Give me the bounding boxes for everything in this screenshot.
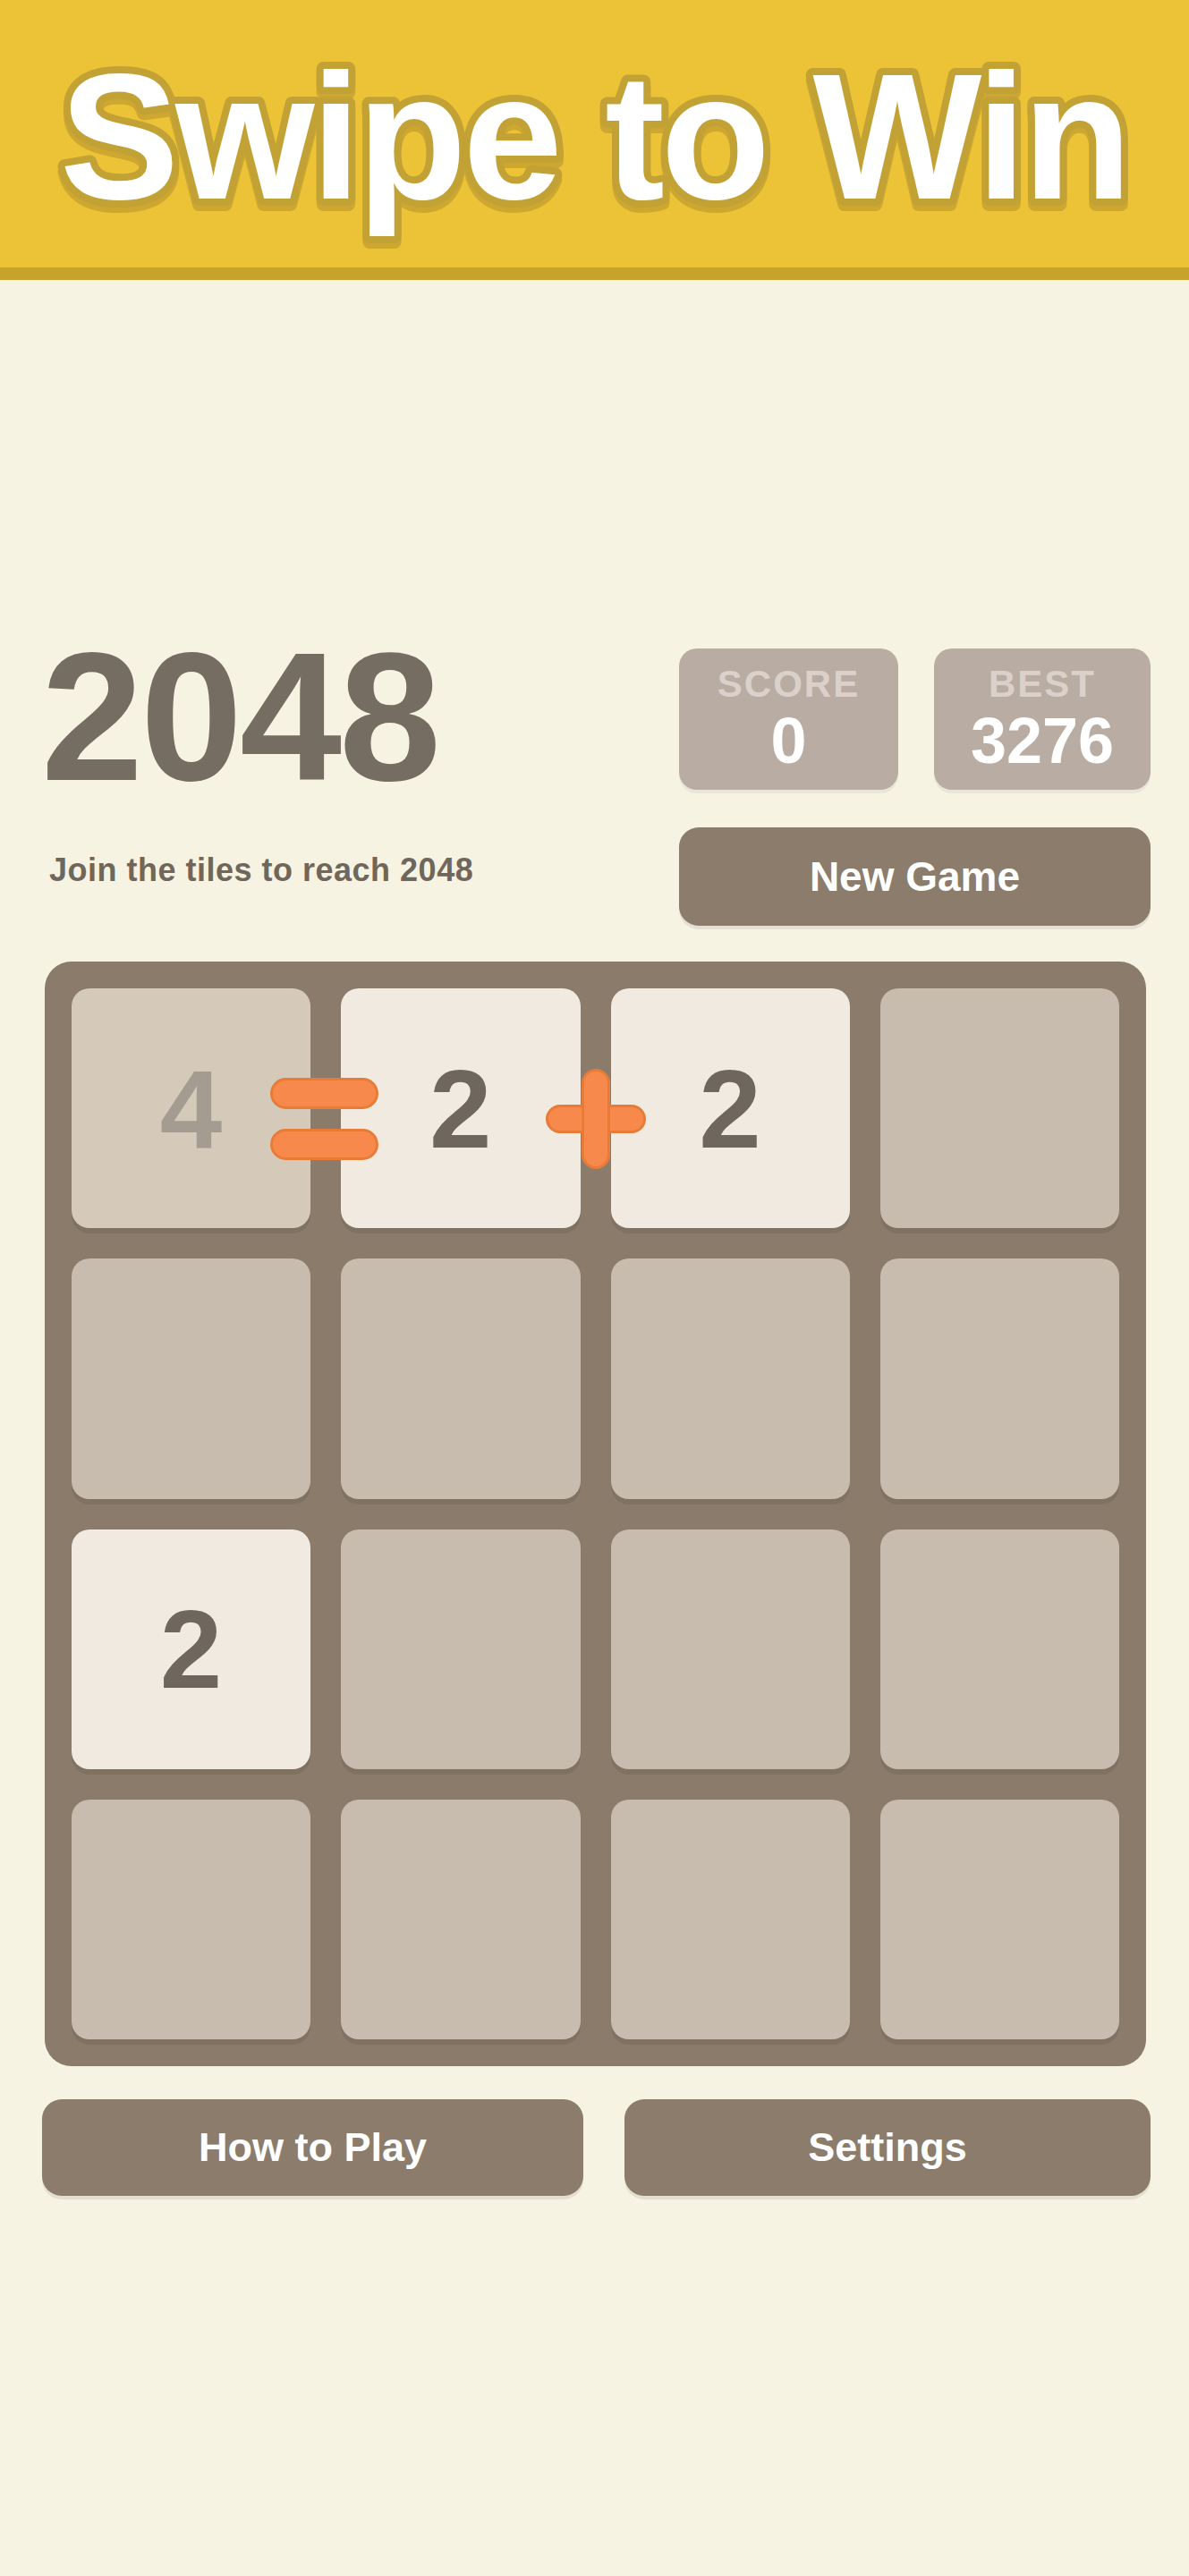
settings-button[interactable]: Settings [624,2099,1151,2196]
how-to-play-button[interactable]: How to Play [42,2099,583,2196]
board-cell [341,1529,580,1769]
board-cell: 2 [341,988,580,1228]
board-cell [880,988,1119,1228]
board-cell [611,1529,850,1769]
page-title: 2048 [41,624,438,808]
board-cell: 4 [72,988,310,1228]
score-box: SCORE 0 [679,648,898,790]
page-subtitle: Join the tiles to reach 2048 [49,852,473,888]
banner: Swipe to Win [0,0,1189,280]
board-cell [880,1258,1119,1498]
board-cell [72,1800,310,2039]
banner-title-svg: Swipe to Win [0,0,1189,267]
game-board[interactable]: 4 2 2 2 [45,962,1146,2066]
new-game-button[interactable]: New Game [679,827,1151,926]
board-cell: 2 [611,988,850,1228]
board-cell [611,1258,850,1498]
score-label: SCORE [718,663,860,706]
best-box: BEST 3276 [934,648,1151,790]
banner-title: Swipe to Win [60,37,1129,236]
board-cell [341,1258,580,1498]
score-value: 0 [770,706,806,775]
board-cell [341,1800,580,2039]
board-cell [880,1800,1119,2039]
board-cell: 2 [72,1529,310,1769]
best-value: 3276 [971,706,1114,775]
board-cell [611,1800,850,2039]
board-cell [72,1258,310,1498]
board-cell [880,1529,1119,1769]
best-label: BEST [989,663,1096,706]
